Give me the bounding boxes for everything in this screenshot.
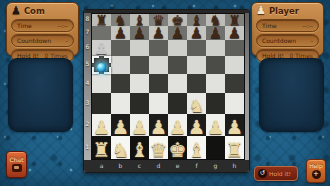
player-panel: ♟ Player Time --:-- Countdown - Hold it!…	[251, 2, 324, 56]
square-g7[interactable]: ♟	[206, 26, 225, 40]
player-time-row: Time --:--	[256, 19, 319, 32]
square-a5[interactable]: ♟	[92, 56, 111, 74]
square-h3[interactable]	[225, 93, 244, 114]
square-f4[interactable]	[187, 74, 206, 93]
white-pawn-icon: ♟	[256, 5, 266, 16]
help-button-label: Help	[309, 163, 323, 169]
black-bishop[interactable]: ♝	[187, 13, 206, 27]
square-f1[interactable]: ♝	[187, 136, 206, 159]
square-f7[interactable]: ♟	[187, 26, 206, 40]
white-pawn[interactable]: ♟	[92, 118, 111, 137]
selection-orb-icon	[97, 63, 106, 72]
speech-panel-icon	[12, 164, 22, 172]
com-countdown-row: Countdown -	[11, 34, 74, 47]
square-g1[interactable]	[206, 136, 225, 159]
square-b3[interactable]	[111, 93, 130, 114]
help-button[interactable]: Help +	[306, 159, 326, 183]
file-label-h: h	[225, 163, 244, 169]
black-pawn[interactable]: ♟	[206, 26, 225, 41]
black-rook[interactable]: ♜	[92, 13, 111, 27]
square-f2[interactable]: ♟	[187, 114, 206, 136]
white-pawn[interactable]: ♟	[168, 118, 187, 137]
black-pawn-icon: ♟	[11, 5, 21, 16]
black-knight[interactable]: ♞	[206, 13, 225, 27]
player-countdown-value: -	[311, 37, 313, 44]
square-c7[interactable]: ♟	[130, 26, 149, 40]
com-panel-title: Com	[24, 6, 45, 16]
square-a7[interactable]	[92, 26, 111, 40]
square-a4[interactable]	[92, 74, 111, 93]
square-g3[interactable]	[206, 93, 225, 114]
square-f6[interactable]	[187, 40, 206, 56]
player-panel-title: Player	[269, 6, 299, 16]
captured-pieces-tray-com	[8, 58, 73, 132]
square-g5[interactable]	[206, 56, 225, 74]
square-e6[interactable]	[168, 40, 187, 56]
square-d8[interactable]: ♛	[149, 14, 168, 26]
white-pawn[interactable]: ♟	[111, 118, 130, 137]
square-b7[interactable]: ♟	[111, 26, 130, 40]
black-king[interactable]: ♚	[168, 13, 187, 27]
square-h4[interactable]	[225, 74, 244, 93]
com-time-label: Time	[17, 22, 32, 29]
square-b2[interactable]: ♟	[111, 114, 130, 136]
black-queen[interactable]: ♛	[149, 13, 168, 27]
square-a2[interactable]: ♟	[92, 114, 111, 136]
square-e2[interactable]: ♟	[168, 114, 187, 136]
square-d1[interactable]: ♛	[149, 136, 168, 159]
white-knight[interactable]: ♞	[187, 97, 206, 115]
black-bishop[interactable]: ♝	[130, 13, 149, 27]
rank-label-5: 5	[84, 55, 91, 73]
square-a6[interactable]: ♟	[92, 40, 111, 56]
black-pawn[interactable]: ♟	[225, 26, 244, 41]
square-e5[interactable]	[168, 56, 187, 74]
square-f5[interactable]	[187, 56, 206, 74]
white-pawn[interactable]: ♟	[149, 118, 168, 137]
square-g4[interactable]	[206, 74, 225, 93]
file-label-f: f	[187, 163, 206, 169]
board-frame-right	[245, 13, 249, 160]
white-queen[interactable]: ♛	[149, 140, 168, 160]
com-countdown-label: Countdown	[17, 37, 51, 44]
square-e7[interactable]: ♟	[168, 26, 187, 40]
square-c1[interactable]: ♝	[130, 136, 149, 159]
plus-circle-icon: +	[312, 170, 321, 179]
square-a1[interactable]: ♜	[92, 136, 111, 159]
square-c6[interactable]	[130, 40, 149, 56]
square-e4[interactable]	[168, 74, 187, 93]
rank-label-3: 3	[84, 92, 91, 113]
rank-label-2: 2	[84, 113, 91, 135]
rank-label-4: 4	[84, 73, 91, 92]
white-pawn[interactable]: ♟	[130, 118, 149, 137]
board-grid: ♜♞♝♛♚♝♞♜♟♟♟♟♟♟♟♟♟♞♟♟♟♟♟♟♟♟♜♞♝♛♚♝♜	[91, 13, 245, 160]
rank-label-1: 1	[84, 135, 91, 158]
file-label-c: c	[130, 163, 149, 169]
square-d5[interactable]	[149, 56, 168, 74]
square-b4[interactable]	[111, 74, 130, 93]
square-d7[interactable]: ♟	[149, 26, 168, 40]
chat-button[interactable]: Chat	[6, 151, 27, 178]
com-time-value: --:--	[57, 22, 68, 29]
black-knight[interactable]: ♞	[111, 13, 130, 27]
white-knight[interactable]: ♞	[111, 140, 130, 160]
black-rook[interactable]: ♜	[225, 13, 244, 27]
ghost-pawn[interactable]: ♟	[92, 41, 111, 57]
com-time-row: Time --:--	[11, 19, 74, 32]
square-h7[interactable]: ♟	[225, 26, 244, 40]
white-pawn[interactable]: ♟	[206, 118, 225, 137]
square-h8[interactable]: ♜	[225, 14, 244, 26]
white-pawn[interactable]: ♟	[187, 118, 206, 137]
chess-board: 87654321 ♜♞♝♛♚♝♞♜♟♟♟♟♟♟♟♟♟♞♟♟♟♟♟♟♟♟♜♞♝♛♚…	[83, 9, 250, 173]
square-h2[interactable]: ♟	[225, 114, 244, 136]
white-pawn[interactable]: ♟	[225, 118, 244, 137]
file-label-g: g	[206, 163, 225, 169]
square-e1[interactable]: ♚	[168, 136, 187, 159]
rank-label-8: 8	[84, 13, 91, 25]
square-g8[interactable]: ♞	[206, 14, 225, 26]
square-c2[interactable]: ♟	[130, 114, 149, 136]
rank-label-7: 7	[84, 25, 91, 39]
square-b5[interactable]	[111, 56, 130, 74]
square-h6[interactable]	[225, 40, 244, 56]
undo-arrow-icon: ↺	[258, 169, 267, 178]
square-b8[interactable]: ♞	[111, 14, 130, 26]
captured-pieces-tray-player	[259, 58, 324, 132]
file-label-b: b	[111, 163, 130, 169]
com-panel: ♟ Com Time --:-- Countdown - Hold it! 0 …	[6, 2, 79, 56]
square-e3[interactable]	[168, 93, 187, 114]
square-d2[interactable]: ♟	[149, 114, 168, 136]
square-c8[interactable]: ♝	[130, 14, 149, 26]
com-panel-header: ♟ Com	[11, 4, 74, 17]
black-pawn[interactable]: ♟	[149, 26, 168, 41]
black-pawn[interactable]: ♟	[130, 26, 149, 41]
white-bishop[interactable]: ♝	[187, 140, 206, 160]
hold-it-button[interactable]: ↺ Hold it!	[254, 166, 298, 181]
hold-it-button-label: Hold it!	[269, 171, 291, 177]
square-c3[interactable]	[130, 93, 149, 114]
square-a8[interactable]: ♜	[92, 14, 111, 26]
player-countdown-label: Countdown	[262, 37, 296, 44]
square-h1[interactable]: ♜	[225, 136, 244, 159]
white-rook[interactable]: ♜	[92, 140, 111, 160]
rank-label-6: 6	[84, 39, 91, 55]
square-g2[interactable]: ♟	[206, 114, 225, 136]
square-c5[interactable]	[130, 56, 149, 74]
square-g6[interactable]	[206, 40, 225, 56]
square-h5[interactable]	[225, 56, 244, 74]
chess-app-window: ♟ Com Time --:-- Countdown - Hold it! 0 …	[0, 0, 330, 186]
file-label-a: a	[92, 163, 111, 169]
selection-corner	[104, 56, 111, 63]
file-label-d: d	[149, 163, 168, 169]
square-d3[interactable]	[149, 93, 168, 114]
white-bishop[interactable]: ♝	[130, 140, 149, 160]
black-pawn[interactable]: ♟	[168, 26, 187, 41]
selection-corner	[92, 56, 99, 63]
rank-labels: 87654321	[84, 13, 91, 160]
file-label-e: e	[168, 163, 187, 169]
square-b1[interactable]: ♞	[111, 136, 130, 159]
white-king[interactable]: ♚	[168, 140, 187, 160]
black-pawn[interactable]: ♟	[111, 26, 130, 41]
square-e8[interactable]: ♚	[168, 14, 187, 26]
square-d6[interactable]	[149, 40, 168, 56]
player-countdown-row: Countdown -	[256, 34, 319, 47]
square-c4[interactable]	[130, 74, 149, 93]
file-labels: abcdefgh	[84, 160, 249, 172]
white-rook[interactable]: ♜	[225, 140, 244, 160]
chat-button-label: Chat	[9, 157, 23, 163]
square-f3[interactable]: ♞	[187, 93, 206, 114]
square-a3[interactable]	[92, 93, 111, 114]
player-panel-header: ♟ Player	[256, 4, 319, 17]
square-b6[interactable]	[111, 40, 130, 56]
player-time-label: Time	[262, 22, 277, 29]
player-time-value: --:--	[302, 22, 313, 29]
black-pawn[interactable]: ♟	[187, 26, 206, 41]
square-d4[interactable]	[149, 74, 168, 93]
square-f8[interactable]: ♝	[187, 14, 206, 26]
com-countdown-value: -	[66, 37, 68, 44]
